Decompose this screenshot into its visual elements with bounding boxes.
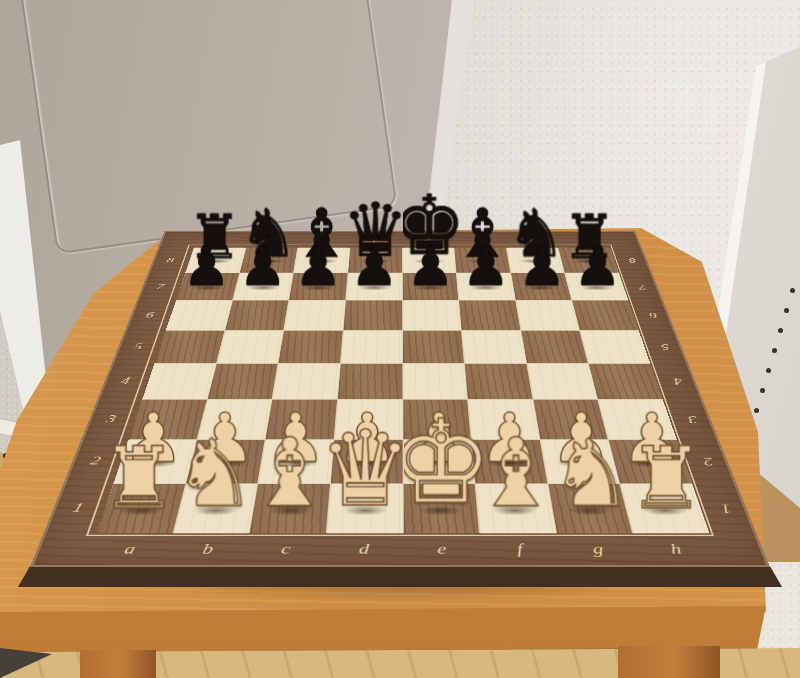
square-d6[interactable] <box>343 301 401 331</box>
square-e4[interactable] <box>403 363 467 399</box>
square-b5[interactable] <box>217 331 284 363</box>
square-f5[interactable] <box>462 331 526 363</box>
coord-rank-7-left: 7 <box>139 273 181 300</box>
square-c6[interactable] <box>284 301 345 331</box>
square-d7[interactable]: ♟ <box>346 273 402 300</box>
square-a6[interactable] <box>166 301 232 331</box>
square-c4[interactable] <box>273 363 340 399</box>
coord-rank-4-left: 4 <box>100 363 150 399</box>
black-pawn-a7[interactable]: ♟ <box>183 241 231 292</box>
square-c7[interactable]: ♟ <box>289 273 347 300</box>
coord-rank-5-right: 5 <box>642 330 689 363</box>
square-g1[interactable]: ♞ <box>548 484 632 533</box>
coord-file-e-bottom: e <box>403 535 482 564</box>
black-pawn-f7[interactable]: ♟ <box>462 241 510 292</box>
coord-file-g-bottom: g <box>556 535 640 564</box>
square-e6[interactable] <box>402 301 461 331</box>
coord-file-a-bottom: a <box>86 535 173 564</box>
square-h4[interactable] <box>589 363 663 399</box>
black-pawn-h7[interactable]: ♟ <box>574 241 622 292</box>
square-b4[interactable] <box>207 363 277 399</box>
square-f7[interactable]: ♟ <box>457 273 515 300</box>
square-h7[interactable]: ♟ <box>565 273 628 300</box>
white-rook-h1[interactable]: ♜ <box>629 437 705 518</box>
square-h6[interactable] <box>572 301 638 331</box>
square-a7[interactable]: ♟ <box>176 273 239 300</box>
board-perspective: aabbccddeeffgghh8877665544332211 ♜♞♝♛♚♝♞… <box>0 0 800 678</box>
black-pawn-c7[interactable]: ♟ <box>294 241 342 292</box>
black-pawn-e7[interactable]: ♟ <box>406 241 454 292</box>
square-b6[interactable] <box>225 301 288 331</box>
square-d5[interactable] <box>341 331 402 363</box>
coord-file-d-bottom: d <box>324 535 403 564</box>
square-e1[interactable]: ♚ <box>403 484 479 533</box>
square-g4[interactable] <box>527 363 598 399</box>
square-g6[interactable] <box>516 301 580 331</box>
coord-file-c-bottom: c <box>245 535 327 564</box>
coord-rank-6-right: 6 <box>631 300 676 330</box>
white-king-e1[interactable]: ♚ <box>389 408 493 518</box>
coord-rank-7-right: 7 <box>621 273 663 300</box>
square-e7[interactable]: ♟ <box>402 273 458 300</box>
coord-rank-6-left: 6 <box>127 300 172 330</box>
white-knight-g1[interactable]: ♞ <box>550 430 633 518</box>
square-e5[interactable] <box>403 331 464 363</box>
square-c5[interactable] <box>279 331 343 363</box>
square-g7[interactable]: ♟ <box>511 273 572 300</box>
white-knight-b1[interactable]: ♞ <box>173 430 256 518</box>
square-f4[interactable] <box>465 363 533 399</box>
coord-rank-5-left: 5 <box>114 330 161 363</box>
square-a1[interactable]: ♜ <box>96 484 184 533</box>
square-g5[interactable] <box>521 331 588 363</box>
coord-file-h-bottom: h <box>633 535 720 564</box>
square-a5[interactable] <box>155 331 225 363</box>
black-pawn-b7[interactable]: ♟ <box>238 241 286 292</box>
square-h1[interactable]: ♜ <box>621 484 710 533</box>
square-f6[interactable] <box>459 301 520 331</box>
square-b1[interactable]: ♞ <box>173 484 257 533</box>
square-a4[interactable] <box>142 363 215 399</box>
white-rook-a1[interactable]: ♜ <box>101 437 177 518</box>
chess-board[interactable]: aabbccddeeffgghh8877665544332211 ♜♞♝♛♚♝♞… <box>30 231 770 567</box>
square-h5[interactable] <box>580 331 650 363</box>
coord-file-f-bottom: f <box>480 535 562 564</box>
coord-file-b-bottom: b <box>165 535 249 564</box>
square-b7[interactable]: ♟ <box>233 273 294 300</box>
board-grid: ♜♞♝♛♚♝♞♜♟♟♟♟♟♟♟♟♟♟♟♟♟♟♟♟♜♞♝♛♚♝♞♜ <box>96 248 709 534</box>
square-d4[interactable] <box>338 363 402 399</box>
photo-scene: aabbccddeeffgghh8877665544332211 ♜♞♝♛♚♝♞… <box>0 0 800 678</box>
black-pawn-d7[interactable]: ♟ <box>350 241 398 292</box>
black-pawn-g7[interactable]: ♟ <box>518 241 566 292</box>
